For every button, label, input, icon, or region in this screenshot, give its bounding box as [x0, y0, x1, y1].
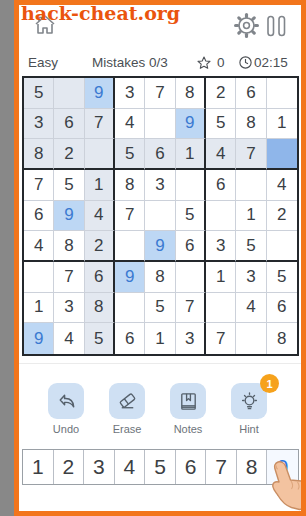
cell-r1c6[interactable]: 8 [176, 78, 206, 109]
numpad-key-2[interactable]: 2 [54, 450, 85, 484]
cell-r5c1[interactable]: 6 [24, 201, 54, 232]
erase-button[interactable] [109, 383, 145, 419]
cell-r5c5[interactable] [145, 201, 175, 232]
cell-r3c8[interactable]: 7 [236, 139, 266, 170]
pause-button[interactable] [265, 14, 288, 38]
cell-r8c7[interactable] [206, 293, 236, 324]
cell-r4c6[interactable] [176, 170, 206, 201]
cell-r4c9[interactable]: 4 [267, 170, 297, 201]
cell-r8c5[interactable]: 5 [145, 293, 175, 324]
notes-button[interactable] [170, 383, 206, 419]
cell-r7c6[interactable] [176, 262, 206, 293]
cell-r3c7[interactable]: 4 [206, 139, 236, 170]
cell-r2c3[interactable]: 7 [85, 109, 115, 140]
hand-pointer-cursor [263, 459, 306, 516]
watermark: hack-cheat.org [21, 2, 180, 24]
cell-r8c4[interactable] [115, 293, 145, 324]
cell-r8c2[interactable]: 3 [54, 293, 84, 324]
cell-r5c3[interactable]: 4 [85, 201, 115, 232]
star-icon [196, 55, 212, 71]
hint-label: Hint [219, 423, 279, 435]
cell-r3c9[interactable] [267, 139, 297, 170]
hint-badge: 1 [260, 374, 279, 393]
cell-r2c2[interactable]: 6 [54, 109, 84, 140]
notebook-icon [177, 390, 200, 413]
cell-r1c3[interactable]: 9 [85, 78, 115, 109]
cell-r3c2[interactable]: 2 [54, 139, 84, 170]
cell-r5c6[interactable]: 5 [176, 201, 206, 232]
lightbulb-icon [238, 390, 261, 413]
cell-r6c1[interactable]: 4 [24, 231, 54, 262]
numpad-key-4[interactable]: 4 [115, 450, 146, 484]
cell-r6c9[interactable] [267, 231, 297, 262]
cell-r2c9[interactable]: 1 [267, 109, 297, 140]
toolbar: Undo Erase Notes [14, 383, 306, 435]
cell-r3c6[interactable]: 1 [176, 139, 206, 170]
undo-label: Undo [36, 423, 96, 435]
cell-r9c9[interactable]: 8 [267, 323, 297, 354]
cell-r7c5[interactable]: 8 [145, 262, 175, 293]
sudoku-board: 5937826367495818256147751836469475124829… [22, 76, 299, 356]
cell-r9c6[interactable]: 3 [176, 323, 206, 354]
cell-r9c5[interactable]: 1 [145, 323, 175, 354]
cell-r5c2[interactable]: 9 [54, 201, 84, 232]
cell-r6c4[interactable] [115, 231, 145, 262]
numpad-key-1[interactable]: 1 [23, 450, 54, 484]
cell-r4c7[interactable]: 6 [206, 170, 236, 201]
cell-r7c7[interactable]: 1 [206, 262, 236, 293]
cell-r4c5[interactable]: 3 [145, 170, 175, 201]
star-count: 0 [217, 55, 225, 70]
cell-r2c8[interactable]: 8 [236, 109, 266, 140]
cell-r9c8[interactable] [236, 323, 266, 354]
number-pad: 123456789 [22, 449, 299, 485]
cell-r3c3[interactable] [85, 139, 115, 170]
cell-r2c6[interactable]: 9 [176, 109, 206, 140]
cell-r7c8[interactable]: 3 [236, 262, 266, 293]
cell-r2c5[interactable] [145, 109, 175, 140]
cell-r8c3[interactable]: 8 [85, 293, 115, 324]
cell-r6c8[interactable]: 5 [236, 231, 266, 262]
cell-r1c4[interactable]: 3 [115, 78, 145, 109]
difficulty-label: Easy [28, 55, 58, 70]
cell-r7c4[interactable]: 9 [115, 262, 145, 293]
eraser-icon [116, 390, 139, 413]
numpad-key-7[interactable]: 7 [206, 450, 237, 484]
cell-r5c8[interactable]: 1 [236, 201, 266, 232]
cell-r6c7[interactable]: 3 [206, 231, 236, 262]
timer: 02:15 [254, 55, 288, 70]
cell-r1c8[interactable]: 6 [236, 78, 266, 109]
cell-r9c1[interactable]: 9 [24, 323, 54, 354]
cell-r6c2[interactable]: 8 [54, 231, 84, 262]
cell-r2c1[interactable]: 3 [24, 109, 54, 140]
cell-r9c3[interactable]: 5 [85, 323, 115, 354]
sudoku-app: Easy Mistakes 0/3 0 02:15 59378263674958… [14, 0, 306, 516]
cell-r8c9[interactable]: 6 [267, 293, 297, 324]
cell-r3c5[interactable]: 6 [145, 139, 175, 170]
cell-r8c6[interactable]: 7 [176, 293, 206, 324]
erase-label: Erase [97, 423, 157, 435]
cell-r7c3[interactable]: 6 [85, 262, 115, 293]
cell-r6c3[interactable]: 2 [85, 231, 115, 262]
mistakes-label: Mistakes 0/3 [92, 55, 168, 70]
undo-icon [55, 390, 78, 413]
cell-r9c4[interactable]: 6 [115, 323, 145, 354]
numpad-key-3[interactable]: 3 [84, 450, 115, 484]
cell-r9c2[interactable]: 4 [54, 323, 84, 354]
cell-r1c5[interactable]: 7 [145, 78, 175, 109]
cell-r7c2[interactable]: 7 [54, 262, 84, 293]
clock-icon [238, 55, 253, 70]
undo-button[interactable] [48, 383, 84, 419]
pause-icon [265, 14, 288, 38]
cell-r5c9[interactable]: 2 [267, 201, 297, 232]
cell-r1c1[interactable]: 5 [24, 78, 54, 109]
cell-r8c1[interactable]: 1 [24, 293, 54, 324]
numpad-key-6[interactable]: 6 [176, 450, 207, 484]
cell-r5c7[interactable] [206, 201, 236, 232]
settings-button[interactable] [234, 13, 259, 38]
cell-r4c3[interactable]: 1 [85, 170, 115, 201]
status-bar: Easy Mistakes 0/3 0 02:15 [14, 54, 306, 72]
numpad-key-5[interactable]: 5 [145, 450, 176, 484]
cell-r7c9[interactable]: 5 [267, 262, 297, 293]
cell-r1c7[interactable]: 2 [206, 78, 236, 109]
cell-r6c5[interactable]: 9 [145, 231, 175, 262]
cell-r9c7[interactable]: 7 [206, 323, 236, 354]
cell-r3c4[interactable]: 5 [115, 139, 145, 170]
notes-label: Notes [158, 423, 218, 435]
cell-r2c4[interactable]: 4 [115, 109, 145, 140]
cell-r7c1[interactable] [24, 262, 54, 293]
cell-r5c4[interactable]: 7 [115, 201, 145, 232]
cell-r6c6[interactable]: 6 [176, 231, 206, 262]
cell-r3c1[interactable]: 8 [24, 139, 54, 170]
cell-r2c7[interactable]: 5 [206, 109, 236, 140]
cell-r8c8[interactable]: 4 [236, 293, 266, 324]
cell-r1c9[interactable] [267, 78, 297, 109]
cell-r4c8[interactable] [236, 170, 266, 201]
divider [19, 363, 301, 364]
cell-r4c2[interactable]: 5 [54, 170, 84, 201]
gear-icon [234, 13, 259, 38]
cell-r1c2[interactable] [54, 78, 84, 109]
cell-r4c1[interactable]: 7 [24, 170, 54, 201]
cell-r4c4[interactable]: 8 [115, 170, 145, 201]
